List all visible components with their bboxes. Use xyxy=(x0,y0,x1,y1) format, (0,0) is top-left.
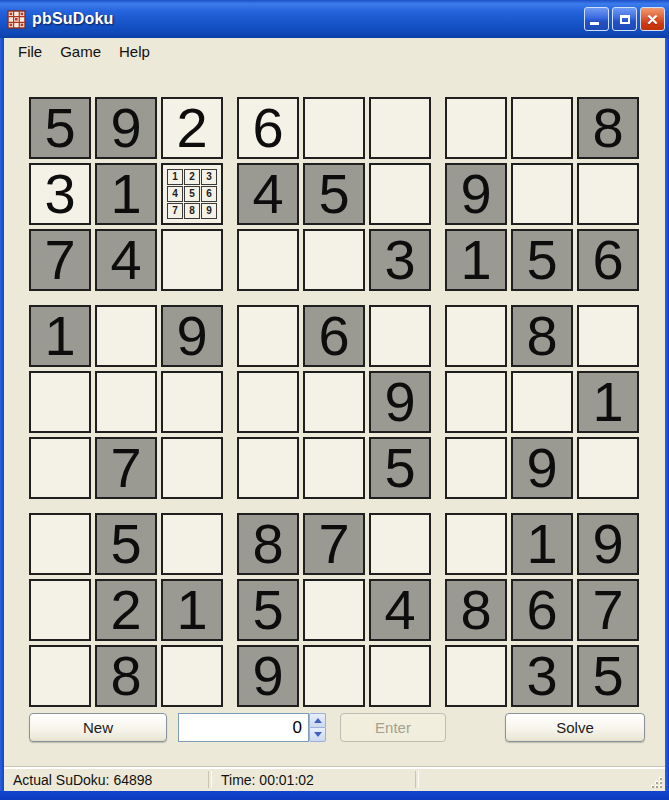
cell-r2c9[interactable] xyxy=(577,163,639,225)
status-time: Time: 00:01:02 xyxy=(212,768,419,791)
cell-r2c5[interactable]: 5 xyxy=(303,163,365,225)
cell-r2c1[interactable]: 3 xyxy=(29,163,91,225)
cell-r8c9[interactable]: 7 xyxy=(577,579,639,641)
cell-r3c9[interactable]: 6 xyxy=(577,229,639,291)
cell-r9c6[interactable] xyxy=(369,645,431,707)
status-filler xyxy=(419,768,665,791)
spinner-down-button[interactable] xyxy=(309,727,326,742)
solve-button[interactable]: Solve xyxy=(505,713,645,742)
sudoku-board: 5923112345678974645389156197695819521887… xyxy=(29,97,639,707)
cell-r5c9[interactable]: 1 xyxy=(577,371,639,433)
controls-bar: New Enter Solve xyxy=(4,713,665,745)
cell-r4c7[interactable] xyxy=(445,305,507,367)
cell-r4c2[interactable] xyxy=(95,305,157,367)
cell-r7c5[interactable]: 7 xyxy=(303,513,365,575)
cell-r1c6[interactable] xyxy=(369,97,431,159)
cell-r7c9[interactable]: 9 xyxy=(577,513,639,575)
cell-r4c5[interactable]: 6 xyxy=(303,305,365,367)
cell-r3c4[interactable] xyxy=(237,229,299,291)
cell-r8c8[interactable]: 6 xyxy=(511,579,573,641)
resize-grip[interactable] xyxy=(649,775,662,788)
window-body: File Game Help 5923112345678974645389156… xyxy=(4,38,665,791)
cell-r2c4[interactable]: 4 xyxy=(237,163,299,225)
enter-button[interactable]: Enter xyxy=(340,713,446,742)
cell-r7c1[interactable] xyxy=(29,513,91,575)
cell-r5c5[interactable] xyxy=(303,371,365,433)
window-border-bottom xyxy=(0,791,669,800)
cell-r6c6[interactable]: 5 xyxy=(369,437,431,499)
spinner-up-button[interactable] xyxy=(309,713,326,727)
candidate-7[interactable]: 7 xyxy=(167,203,183,219)
menu-file[interactable]: File xyxy=(9,40,51,63)
cell-r2c8[interactable] xyxy=(511,163,573,225)
cell-r9c5[interactable] xyxy=(303,645,365,707)
cell-r1c8[interactable] xyxy=(511,97,573,159)
cell-r4c9[interactable] xyxy=(577,305,639,367)
cell-r9c2[interactable]: 8 xyxy=(95,645,157,707)
cell-r4c6[interactable] xyxy=(369,305,431,367)
cell-r5c4[interactable] xyxy=(237,371,299,433)
cell-r9c1[interactable] xyxy=(29,645,91,707)
cell-r6c5[interactable] xyxy=(303,437,365,499)
candidate-grid: 123456789 xyxy=(167,169,217,219)
cell-r9c3[interactable] xyxy=(161,645,223,707)
window-title: pbSuDoku xyxy=(32,10,584,28)
maximize-button[interactable] xyxy=(612,7,637,31)
cell-r7c8[interactable]: 1 xyxy=(511,513,573,575)
cell-r7c6[interactable] xyxy=(369,513,431,575)
cell-r6c1[interactable] xyxy=(29,437,91,499)
cell-r3c7[interactable]: 1 xyxy=(445,229,507,291)
cell-r8c1[interactable] xyxy=(29,579,91,641)
spinner-buttons xyxy=(309,713,326,742)
cell-r1c2[interactable]: 9 xyxy=(95,97,157,159)
arrow-up-icon xyxy=(314,718,322,723)
box-1-2: 6453 xyxy=(237,97,431,291)
status-actual-sudoku: Actual SuDoku: 64898 xyxy=(4,768,212,791)
cell-r2c3[interactable]: 123456789 xyxy=(161,163,223,225)
cell-r5c6[interactable]: 9 xyxy=(369,371,431,433)
cell-r3c6[interactable]: 3 xyxy=(369,229,431,291)
candidate-4[interactable]: 4 xyxy=(167,186,183,202)
window-border-left xyxy=(0,38,4,800)
app-window: pbSuDoku ✕ File Game Help 59231123456789… xyxy=(0,0,669,800)
cell-r4c4[interactable] xyxy=(237,305,299,367)
candidate-5[interactable]: 5 xyxy=(184,186,200,202)
cell-r2c6[interactable] xyxy=(369,163,431,225)
cell-r9c7[interactable] xyxy=(445,645,507,707)
cell-r8c5[interactable] xyxy=(303,579,365,641)
cell-r5c1[interactable] xyxy=(29,371,91,433)
box-2-1: 197 xyxy=(29,305,223,499)
maximize-icon xyxy=(620,15,630,24)
app-icon xyxy=(7,10,26,29)
cell-r4c1[interactable]: 1 xyxy=(29,305,91,367)
cell-r1c7[interactable] xyxy=(445,97,507,159)
menu-game[interactable]: Game xyxy=(51,40,110,63)
cell-r7c3[interactable] xyxy=(161,513,223,575)
status-bar: Actual SuDoku: 64898 Time: 00:01:02 xyxy=(4,767,665,791)
cell-r1c9[interactable]: 8 xyxy=(577,97,639,159)
cell-r6c4[interactable] xyxy=(237,437,299,499)
cell-r8c4[interactable]: 5 xyxy=(237,579,299,641)
arrow-down-icon xyxy=(314,732,322,737)
cell-r2c2[interactable]: 1 xyxy=(95,163,157,225)
minimize-icon xyxy=(590,22,599,25)
candidate-1[interactable]: 1 xyxy=(167,169,183,185)
cell-r7c7[interactable] xyxy=(445,513,507,575)
candidate-8[interactable]: 8 xyxy=(184,203,200,219)
close-button[interactable]: ✕ xyxy=(640,7,665,31)
cell-r4c3[interactable]: 9 xyxy=(161,305,223,367)
menu-help[interactable]: Help xyxy=(110,40,159,63)
number-input[interactable] xyxy=(178,713,309,742)
cell-r3c1[interactable]: 7 xyxy=(29,229,91,291)
cell-r8c3[interactable]: 1 xyxy=(161,579,223,641)
box-3-2: 87549 xyxy=(237,513,431,707)
cell-r8c2[interactable]: 2 xyxy=(95,579,157,641)
box-1-3: 89156 xyxy=(445,97,639,291)
number-spinner xyxy=(178,713,326,742)
menu-bar: File Game Help xyxy=(4,38,665,66)
cell-r9c9[interactable]: 5 xyxy=(577,645,639,707)
cell-r3c2[interactable]: 4 xyxy=(95,229,157,291)
title-bar[interactable]: pbSuDoku ✕ xyxy=(0,0,669,38)
candidate-9[interactable]: 9 xyxy=(201,203,217,219)
cell-r9c4[interactable]: 9 xyxy=(237,645,299,707)
cell-r6c2[interactable]: 7 xyxy=(95,437,157,499)
box-2-2: 695 xyxy=(237,305,431,499)
box-1-1: 5923112345678974 xyxy=(29,97,223,291)
box-2-3: 819 xyxy=(445,305,639,499)
candidate-6[interactable]: 6 xyxy=(201,186,217,202)
cell-r1c3[interactable]: 2 xyxy=(161,97,223,159)
cell-r5c7[interactable] xyxy=(445,371,507,433)
candidate-2[interactable]: 2 xyxy=(184,169,200,185)
cell-r5c8[interactable] xyxy=(511,371,573,433)
cell-r8c6[interactable]: 4 xyxy=(369,579,431,641)
cell-r8c7[interactable]: 8 xyxy=(445,579,507,641)
cell-r1c5[interactable] xyxy=(303,97,365,159)
cell-r5c3[interactable] xyxy=(161,371,223,433)
cell-r9c8[interactable]: 3 xyxy=(511,645,573,707)
cell-r5c2[interactable] xyxy=(95,371,157,433)
new-button[interactable]: New xyxy=(29,713,167,742)
cell-r3c3[interactable] xyxy=(161,229,223,291)
cell-r6c3[interactable] xyxy=(161,437,223,499)
window-border-right xyxy=(665,38,669,800)
cell-r1c1[interactable]: 5 xyxy=(29,97,91,159)
client-area: 5923112345678974645389156197695819521887… xyxy=(4,66,665,767)
box-3-3: 1986735 xyxy=(445,513,639,707)
cell-r3c8[interactable]: 5 xyxy=(511,229,573,291)
candidate-3[interactable]: 3 xyxy=(201,169,217,185)
box-3-1: 5218 xyxy=(29,513,223,707)
cell-r7c4[interactable]: 8 xyxy=(237,513,299,575)
cell-r6c9[interactable] xyxy=(577,437,639,499)
cell-r3c5[interactable] xyxy=(303,229,365,291)
cell-r6c7[interactable] xyxy=(445,437,507,499)
cell-r2c7[interactable]: 9 xyxy=(445,163,507,225)
close-icon: ✕ xyxy=(646,12,659,27)
cell-r7c2[interactable]: 5 xyxy=(95,513,157,575)
cell-r4c8[interactable]: 8 xyxy=(511,305,573,367)
cell-r1c4[interactable]: 6 xyxy=(237,97,299,159)
minimize-button[interactable] xyxy=(584,7,609,31)
window-controls: ✕ xyxy=(584,7,665,31)
cell-r6c8[interactable]: 9 xyxy=(511,437,573,499)
